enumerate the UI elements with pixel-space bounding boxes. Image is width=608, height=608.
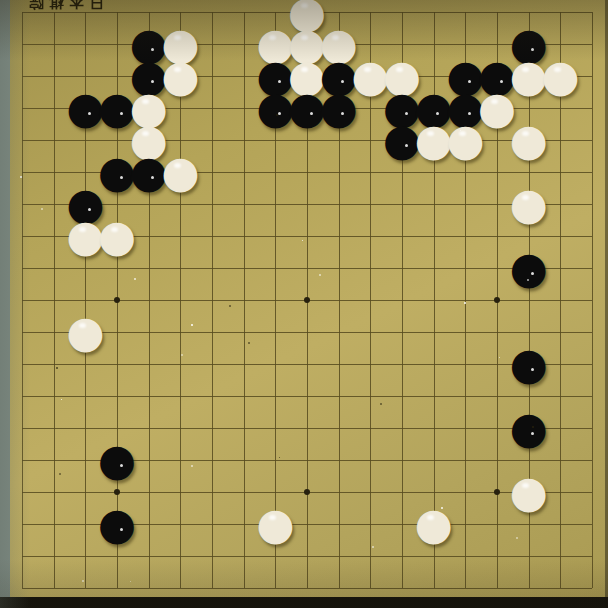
grid-line-horizontal: [22, 428, 592, 429]
dust-speck: [191, 324, 193, 326]
grid-line-horizontal: [22, 396, 592, 397]
dust-speck: [82, 580, 84, 582]
white-stone[interactable]: ●: [69, 220, 101, 252]
white-stone[interactable]: ●: [164, 60, 196, 92]
dust-speck: [61, 399, 62, 400]
black-stone[interactable]: ●: [101, 444, 133, 476]
dust-speck: [279, 457, 280, 458]
white-stone[interactable]: ●: [69, 316, 101, 348]
table-edge-left: [0, 0, 10, 608]
dust-speck: [181, 354, 183, 356]
white-stone[interactable]: ●: [354, 60, 386, 92]
dust-speck: [380, 403, 382, 405]
white-stone[interactable]: ●: [449, 124, 481, 156]
grid-line-vertical: [592, 12, 593, 588]
dust-speck: [59, 473, 61, 475]
black-stone[interactable]: ●: [259, 92, 291, 124]
dust-speck: [41, 208, 43, 210]
black-stone[interactable]: ●: [323, 92, 355, 124]
white-stone[interactable]: ●: [418, 508, 450, 540]
board-stamp: 日本棋院: [24, 0, 104, 11]
black-stone[interactable]: ●: [513, 412, 545, 444]
black-stone[interactable]: ●: [133, 156, 165, 188]
dust-speck: [302, 240, 303, 241]
white-stone[interactable]: ●: [513, 476, 545, 508]
grid-line-horizontal: [22, 332, 592, 333]
dust-speck: [372, 546, 374, 548]
dust-speck: [248, 342, 250, 344]
star-point: [114, 297, 120, 303]
white-stone[interactable]: ●: [513, 124, 545, 156]
star-point: [304, 297, 310, 303]
star-point: [114, 489, 120, 495]
white-stone[interactable]: ●: [513, 188, 545, 220]
dust-speck: [527, 279, 529, 281]
black-stone[interactable]: ●: [513, 348, 545, 380]
black-stone[interactable]: ●: [69, 92, 101, 124]
dust-speck: [319, 274, 321, 276]
black-stone[interactable]: ●: [513, 252, 545, 284]
black-stone[interactable]: ●: [101, 508, 133, 540]
white-stone[interactable]: ●: [513, 60, 545, 92]
star-point: [304, 489, 310, 495]
dust-speck: [130, 581, 131, 582]
dust-speck: [229, 305, 231, 307]
grid-line-horizontal: [22, 364, 592, 365]
star-point: [494, 297, 500, 303]
dust-speck: [191, 465, 193, 467]
dust-speck: [499, 357, 500, 358]
dust-speck: [134, 278, 136, 280]
dust-speck: [516, 537, 518, 539]
dust-speck: [56, 367, 58, 369]
white-stone[interactable]: ●: [164, 156, 196, 188]
white-stone[interactable]: ●: [259, 508, 291, 540]
grid-line-horizontal: [22, 556, 592, 557]
table-edge-bottom: [0, 597, 608, 608]
star-point: [494, 489, 500, 495]
white-stone[interactable]: ●: [544, 60, 576, 92]
grid-line-horizontal: [22, 588, 592, 589]
white-stone[interactable]: ●: [101, 220, 133, 252]
go-board-photo: 日本棋院 ●●●●●●●●●●●●●●●●●●●●●●●●●●●●●●●●●●●…: [0, 0, 608, 608]
white-stone[interactable]: ●: [418, 124, 450, 156]
